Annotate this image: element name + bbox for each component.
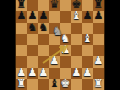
square-g8[interactable] — [82, 0, 93, 11]
square-b1[interactable] — [27, 79, 38, 90]
white-pawn-icon: ♟ — [71, 67, 82, 78]
black-pawn-icon: ♟ — [38, 10, 49, 21]
square-g3[interactable] — [82, 56, 93, 67]
square-a8[interactable]: ♜ — [16, 0, 27, 11]
square-b3[interactable] — [27, 56, 38, 67]
square-g5[interactable]: ♝ — [82, 34, 93, 45]
square-f4[interactable] — [71, 45, 82, 56]
square-c5[interactable] — [38, 34, 49, 45]
square-e4[interactable]: ♟ — [60, 45, 71, 56]
white-pawn-icon: ♟ — [38, 67, 49, 78]
square-d6[interactable] — [49, 23, 60, 34]
white-rook-icon: ♜ — [16, 78, 27, 89]
square-c1[interactable] — [38, 79, 49, 90]
square-c6[interactable]: ♞ — [38, 23, 49, 34]
square-c8[interactable] — [38, 0, 49, 11]
square-e5[interactable]: ♞ — [60, 34, 71, 45]
square-g1[interactable] — [82, 79, 93, 90]
square-a5[interactable] — [16, 34, 27, 45]
black-bishop-icon: ♝ — [49, 78, 60, 89]
square-e8[interactable] — [60, 0, 71, 11]
square-h3[interactable]: ♟ — [93, 56, 104, 67]
white-rook-icon: ♜ — [93, 78, 104, 89]
square-a2[interactable]: ♟ — [16, 68, 27, 79]
white-bishop-icon: ♝ — [71, 10, 82, 21]
chess-board: ♜♛♚♜♟♟♟♝♟♟♞♞♞♝♟♟♟♟♟♟♟♟♜♝♚♜ — [15, 0, 105, 90]
square-f8[interactable]: ♚ — [71, 0, 82, 11]
white-pawn-icon: ♟ — [60, 44, 71, 55]
pillarbox-right — [105, 0, 120, 90]
black-king-icon: ♚ — [71, 0, 82, 10]
square-h4[interactable] — [93, 45, 104, 56]
square-a1[interactable]: ♜ — [16, 79, 27, 90]
square-c2[interactable]: ♟ — [38, 68, 49, 79]
white-king-icon: ♚ — [60, 78, 71, 89]
square-e3[interactable] — [60, 56, 71, 67]
black-queen-icon: ♛ — [49, 0, 60, 10]
square-e2[interactable] — [60, 68, 71, 79]
square-d1[interactable]: ♝ — [49, 79, 60, 90]
square-h5[interactable] — [93, 34, 104, 45]
white-pawn-icon: ♟ — [82, 67, 93, 78]
square-d8[interactable]: ♛ — [49, 0, 60, 11]
square-g4[interactable] — [82, 45, 93, 56]
square-a3[interactable] — [16, 56, 27, 67]
square-h1[interactable]: ♜ — [93, 79, 104, 90]
square-e7[interactable] — [60, 11, 71, 22]
black-rook-icon: ♜ — [93, 0, 104, 10]
white-pawn-icon: ♟ — [16, 67, 27, 78]
square-c3[interactable] — [38, 56, 49, 67]
square-a6[interactable] — [16, 23, 27, 34]
square-e6[interactable] — [60, 23, 71, 34]
square-d3[interactable]: ♟ — [49, 56, 60, 67]
square-c7[interactable]: ♟ — [38, 11, 49, 22]
square-d4[interactable] — [49, 45, 60, 56]
black-pawn-icon: ♟ — [82, 10, 93, 21]
square-a4[interactable] — [16, 45, 27, 56]
black-pawn-icon: ♟ — [27, 10, 38, 21]
white-pawn-icon: ♟ — [27, 67, 38, 78]
square-g2[interactable]: ♟ — [82, 68, 93, 79]
square-b2[interactable]: ♟ — [27, 68, 38, 79]
square-f1[interactable] — [71, 79, 82, 90]
square-g6[interactable] — [82, 23, 93, 34]
white-bishop-icon: ♝ — [82, 33, 93, 44]
square-b7[interactable]: ♟ — [27, 11, 38, 22]
square-e1[interactable]: ♚ — [60, 79, 71, 90]
square-f7[interactable]: ♝ — [71, 11, 82, 22]
white-pawn-icon: ♟ — [93, 55, 104, 66]
square-f2[interactable]: ♟ — [71, 68, 82, 79]
black-rook-icon: ♜ — [16, 0, 27, 10]
chess-board-stage: ♜♛♚♜♟♟♟♝♟♟♞♞♞♝♟♟♟♟♟♟♟♟♜♝♚♜ ♞ — [15, 0, 105, 90]
square-b4[interactable] — [27, 45, 38, 56]
square-h8[interactable]: ♜ — [93, 0, 104, 11]
black-knight-icon: ♞ — [27, 22, 38, 33]
square-d5[interactable] — [49, 34, 60, 45]
square-f5[interactable] — [71, 34, 82, 45]
square-f6[interactable] — [71, 23, 82, 34]
square-f3[interactable] — [71, 56, 82, 67]
square-b8[interactable] — [27, 0, 38, 11]
square-b5[interactable] — [27, 34, 38, 45]
square-b6[interactable]: ♞ — [27, 23, 38, 34]
white-pawn-icon: ♟ — [49, 55, 60, 66]
square-d7[interactable] — [49, 11, 60, 22]
square-g7[interactable]: ♟ — [82, 11, 93, 22]
square-h2[interactable] — [93, 68, 104, 79]
square-h6[interactable] — [93, 23, 104, 34]
black-pawn-icon: ♟ — [93, 10, 104, 21]
white-knight-icon: ♞ — [60, 33, 71, 44]
pillarbox-left — [0, 0, 15, 90]
square-d2[interactable] — [49, 68, 60, 79]
black-pawn-icon: ♟ — [16, 10, 27, 21]
square-h7[interactable]: ♟ — [93, 11, 104, 22]
square-a7[interactable]: ♟ — [16, 11, 27, 22]
black-knight-icon: ♞ — [38, 22, 49, 33]
square-c4[interactable] — [38, 45, 49, 56]
